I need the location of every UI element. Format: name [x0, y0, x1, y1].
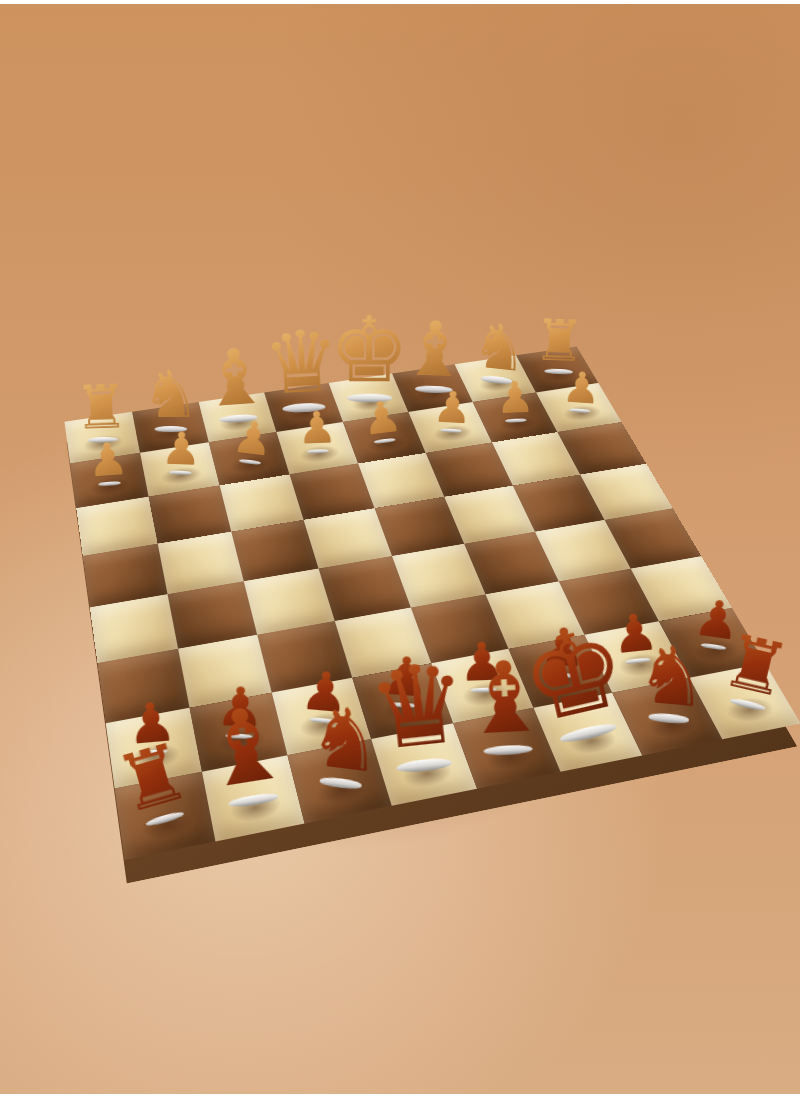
square-c6: [220, 474, 304, 531]
piece-light-pawn: ♟: [35, 433, 180, 490]
page-top-strip: [0, 0, 800, 4]
product-photo-backdrop: ♜♞♝♛♚♝♞♜♟♟♟♟♟♟♟♟♟♟♟♟♟♟♟♟♜♝♞♛♝♚♞♜: [0, 0, 800, 1096]
square-g4: [535, 520, 631, 581]
square-b6: [149, 485, 232, 543]
square-b5: [158, 532, 244, 595]
square-a5: [83, 544, 168, 608]
square-a6: [76, 497, 157, 556]
